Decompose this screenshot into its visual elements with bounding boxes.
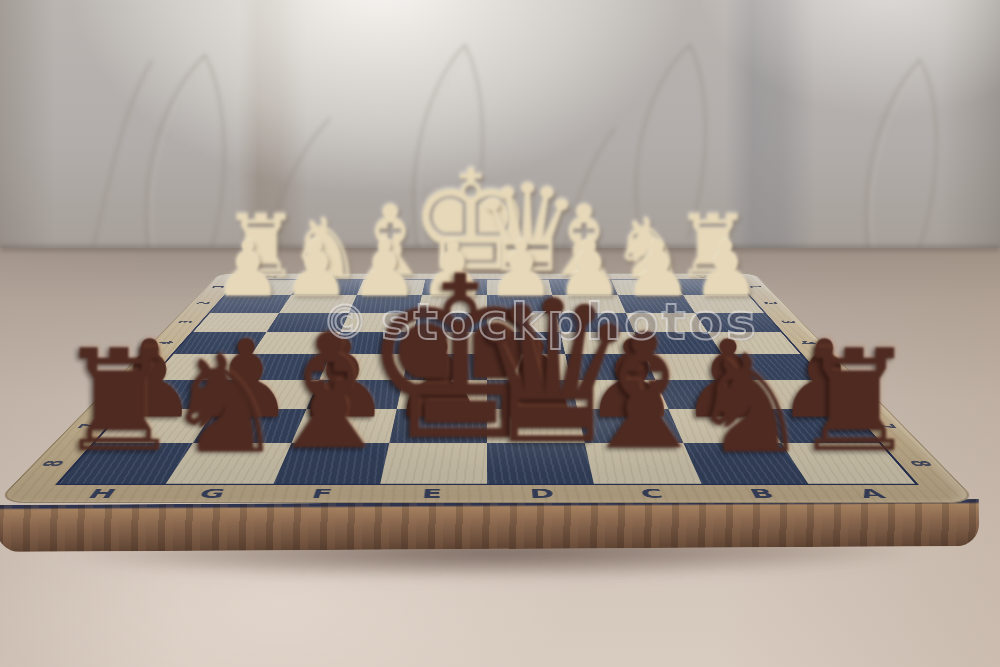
rank-right-label-5: 5 <box>785 362 876 372</box>
square-f3 <box>340 313 418 333</box>
square-g1 <box>291 280 363 296</box>
square-c8 <box>585 443 701 483</box>
square-e6 <box>397 380 487 409</box>
file-label-far-h: H <box>238 273 304 279</box>
square-c4 <box>560 332 643 354</box>
square-c2 <box>552 295 625 312</box>
square-c7 <box>577 409 683 443</box>
square-d4 <box>487 332 565 354</box>
file-label-far-g: G <box>300 273 365 279</box>
file-label-far-e: E <box>425 273 487 279</box>
square-f6 <box>306 380 403 409</box>
square-g5 <box>235 354 330 379</box>
square-f8 <box>273 443 389 483</box>
rank-right-label-2: 2 <box>734 300 808 307</box>
square-b1 <box>611 280 683 296</box>
square-d2 <box>487 295 556 312</box>
file-label-far-a: A <box>670 273 736 279</box>
square-d3 <box>487 313 560 333</box>
file-label-near-c: C <box>595 485 711 503</box>
rank-left-label-5: 5 <box>98 362 189 372</box>
square-f4 <box>330 332 413 354</box>
square-d8 <box>487 443 594 483</box>
square-e7 <box>389 409 487 443</box>
rank-left-label-1: 1 <box>184 284 254 290</box>
square-d7 <box>487 409 585 443</box>
square-f2 <box>349 295 422 312</box>
rank-right-label-8: 8 <box>862 456 980 472</box>
square-e5 <box>403 354 487 379</box>
piece-white-queen-d1: ♛ <box>473 169 565 290</box>
chess-board: HHGGFFEEDDCCBBAA1122334455667788 ♜♞♝♚♛♝♞… <box>0 273 979 503</box>
rank-right-label-6: 6 <box>807 388 906 400</box>
square-g3 <box>267 313 349 333</box>
file-label-far-c: C <box>548 273 611 279</box>
square-f5 <box>319 354 409 379</box>
square-b2 <box>618 295 695 312</box>
piece-white-king-e1: ♚ <box>409 151 501 289</box>
photo-frame: HHGGFFEEDDCCBBAA1122334455667788 ♜♞♝♚♛♝♞… <box>0 0 1000 667</box>
board-squares-grid <box>55 279 919 485</box>
file-label-near-f: F <box>263 485 379 503</box>
rank-right-label-4: 4 <box>766 338 851 347</box>
rank-right-label-7: 7 <box>832 419 940 433</box>
square-e8 <box>380 443 487 483</box>
square-d5 <box>487 354 571 379</box>
square-e2 <box>418 295 487 312</box>
square-g4 <box>252 332 340 354</box>
square-d1 <box>487 280 552 296</box>
rank-right-label-3: 3 <box>749 318 828 326</box>
rank-left-label-4: 4 <box>124 338 209 347</box>
square-f1 <box>356 280 425 296</box>
rank-left-label-3: 3 <box>146 318 225 326</box>
file-label-far-d: D <box>487 273 549 279</box>
file-label-near-a: A <box>811 485 935 503</box>
square-g2 <box>280 295 357 312</box>
board-face: HHGGFFEEDDCCBBAA1122334455667788 <box>0 273 979 503</box>
file-label-near-b: B <box>703 485 823 503</box>
file-label-far-f: F <box>363 273 426 279</box>
square-c3 <box>556 313 634 333</box>
square-g6 <box>216 380 319 409</box>
file-label-near-h: H <box>39 485 163 503</box>
rank-left-label-6: 6 <box>69 388 168 400</box>
square-e3 <box>414 313 487 333</box>
file-label-near-e: E <box>375 485 487 503</box>
rank-left-label-2: 2 <box>166 300 240 307</box>
board-perspective-scene: HHGGFFEEDDCCBBAA1122334455667788 ♜♞♝♚♛♝♞… <box>0 0 1000 667</box>
rank-left-label-7: 7 <box>34 419 142 433</box>
square-e1 <box>422 280 487 296</box>
square-f7 <box>291 409 397 443</box>
square-d6 <box>487 380 577 409</box>
file-label-near-d: D <box>487 485 599 503</box>
square-c6 <box>571 380 668 409</box>
file-label-far-b: B <box>609 273 674 279</box>
rank-right-label-1: 1 <box>721 284 791 290</box>
square-b3 <box>625 313 707 333</box>
square-c5 <box>565 354 655 379</box>
square-c1 <box>549 280 618 296</box>
square-e4 <box>409 332 487 354</box>
file-label-near-g: G <box>151 485 271 503</box>
rank-left-label-8: 8 <box>0 456 112 472</box>
